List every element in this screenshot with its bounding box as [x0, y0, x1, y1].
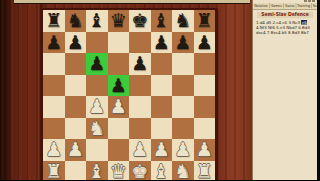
square-a4[interactable]	[43, 96, 65, 118]
white-pawn-g2: ♟	[174, 139, 191, 161]
square-e4[interactable]	[129, 96, 151, 118]
square-d6[interactable]	[108, 53, 130, 75]
black-rook-a8: ♜	[45, 10, 62, 32]
square-b5[interactable]	[65, 75, 87, 97]
white-knight-c3: ♞	[88, 118, 105, 140]
square-b3[interactable]	[65, 118, 87, 140]
opening-heading: Semi-Slav Defence	[257, 12, 313, 18]
white-knight-g1: ♞	[174, 161, 191, 181]
white-bishop-f1: ♝	[153, 161, 170, 181]
square-b6[interactable]	[65, 53, 87, 75]
white-bishop-c1: ♝	[88, 161, 105, 181]
black-king-e8: ♚	[131, 10, 148, 32]
black-pawn-d5: ♟	[110, 75, 127, 97]
square-f3[interactable]	[151, 118, 173, 140]
black-pawn-c6: ♟	[88, 53, 105, 75]
square-h8[interactable]: ♜	[194, 10, 216, 32]
square-d8[interactable]: ♛	[108, 10, 130, 32]
move-list[interactable]: 1.d4 d5 2.c4 c6 3.Nc3 e6 4.Nf3 Nf6 5.e3 …	[256, 20, 315, 54]
square-e2[interactable]: ♟	[129, 139, 151, 161]
black-pawn-g7: ♟	[174, 32, 191, 54]
black-pawn-a7: ♟	[45, 32, 62, 54]
tab-guess[interactable]: Guess	[283, 3, 296, 8]
square-d3[interactable]	[108, 118, 130, 140]
square-b8[interactable]: ♞	[65, 10, 87, 32]
square-e6[interactable]: ♟	[129, 53, 151, 75]
white-pawn-a2: ♟	[45, 139, 62, 161]
square-e7[interactable]	[129, 32, 151, 54]
black-pawn-e6: ♟	[131, 53, 148, 75]
square-h3[interactable]	[194, 118, 216, 140]
square-d5[interactable]: ♟	[108, 75, 130, 97]
moves-after[interactable]: 4.Nf3 Nf6 5.e3 Nbd7 6.Bd3 dxc4 7.Bxc4 b5…	[256, 25, 310, 35]
square-f8[interactable]: ♝	[151, 10, 173, 32]
square-e1[interactable]: ♚	[129, 161, 151, 181]
square-d2[interactable]	[108, 139, 130, 161]
tab-games[interactable]: Games	[270, 3, 284, 8]
black-bishop-f8: ♝	[153, 10, 170, 32]
square-b1[interactable]	[65, 161, 87, 181]
black-pawn-b7: ♟	[67, 32, 84, 54]
white-pawn-c4: ♟	[88, 96, 105, 118]
white-rook-a1: ♜	[45, 161, 62, 181]
black-rook-h8: ♜	[196, 10, 213, 32]
black-pawn-f7: ♟	[153, 32, 170, 54]
square-f5[interactable]	[151, 75, 173, 97]
square-b2[interactable]: ♟	[65, 139, 87, 161]
square-c1[interactable]: ♝	[86, 161, 108, 181]
chess-app-window: FileEditViewInsertModeWindowHelp ♜♞♝♛♚♝♞…	[0, 0, 320, 180]
square-e8[interactable]: ♚	[129, 10, 151, 32]
square-g7[interactable]: ♟	[172, 32, 194, 54]
tab-notation[interactable]: Notation	[253, 3, 270, 8]
square-c7[interactable]	[86, 32, 108, 54]
square-g8[interactable]: ♞	[172, 10, 194, 32]
notation-panel: NotationGamesGuessTrainingScore Semi-Sla…	[252, 0, 317, 180]
square-h7[interactable]: ♟	[194, 32, 216, 54]
white-pawn-b2: ♟	[67, 139, 84, 161]
square-f2[interactable]: ♟	[151, 139, 173, 161]
square-c6[interactable]: ♟	[86, 53, 108, 75]
white-pawn-h2: ♟	[196, 139, 213, 161]
square-a7[interactable]: ♟	[43, 32, 65, 54]
chess-board: ♜♞♝♛♚♝♞♜♟♟♟♟♟♟♟♟♟♟♞♟♟♟♟♟♟♜♝♛♚♝♞♜	[43, 10, 215, 180]
current-move[interactable]: e6	[301, 20, 307, 25]
square-g1[interactable]: ♞	[172, 161, 194, 181]
black-knight-g8: ♞	[174, 10, 191, 32]
square-d1[interactable]: ♛	[108, 161, 130, 181]
square-h2[interactable]: ♟	[194, 139, 216, 161]
black-queen-d8: ♛	[110, 10, 127, 32]
square-a2[interactable]: ♟	[43, 139, 65, 161]
board-frame: ♜♞♝♛♚♝♞♜♟♟♟♟♟♟♟♟♟♟♞♟♟♟♟♟♟♜♝♛♚♝♞♜	[41, 8, 217, 180]
black-pawn-h7: ♟	[196, 32, 213, 54]
square-f7[interactable]: ♟	[151, 32, 173, 54]
square-c4[interactable]: ♟	[86, 96, 108, 118]
square-d7[interactable]	[108, 32, 130, 54]
square-g3[interactable]	[172, 118, 194, 140]
square-g5[interactable]	[172, 75, 194, 97]
square-c3[interactable]: ♞	[86, 118, 108, 140]
white-queen-d1: ♛	[110, 161, 127, 181]
square-h4[interactable]	[194, 96, 216, 118]
white-rook-h1: ♜	[196, 161, 213, 181]
square-f4[interactable]	[151, 96, 173, 118]
square-e3[interactable]	[129, 118, 151, 140]
square-c2[interactable]	[86, 139, 108, 161]
opening-heading-band: Semi-Slav Defence	[257, 12, 313, 18]
square-h5[interactable]	[194, 75, 216, 97]
white-pawn-d4: ♟	[110, 96, 127, 118]
square-d4[interactable]: ♟	[108, 96, 130, 118]
square-b4[interactable]	[65, 96, 87, 118]
square-a8[interactable]: ♜	[43, 10, 65, 32]
square-a5[interactable]	[43, 75, 65, 97]
square-h6[interactable]	[194, 53, 216, 75]
white-king-e1: ♚	[131, 161, 148, 181]
menu-bar[interactable]: FileEditViewInsertModeWindowHelp	[14, 0, 250, 4]
square-b7[interactable]: ♟	[65, 32, 87, 54]
square-c8[interactable]: ♝	[86, 10, 108, 32]
square-f1[interactable]: ♝	[151, 161, 173, 181]
square-c5[interactable]	[86, 75, 108, 97]
square-h1[interactable]: ♜	[194, 161, 216, 181]
black-bishop-c8: ♝	[88, 10, 105, 32]
square-f6[interactable]	[151, 53, 173, 75]
black-knight-b8: ♞	[67, 10, 84, 32]
panel-tab-bar: NotationGamesGuessTrainingScore	[253, 3, 317, 10]
white-pawn-e2: ♟	[131, 139, 148, 161]
square-g2[interactable]: ♟	[172, 139, 194, 161]
tab-training[interactable]: Training	[296, 3, 311, 8]
square-g6[interactable]	[172, 53, 194, 75]
moves-before[interactable]: 1.d4 d5 2.c4 c6 3.Nc3	[256, 20, 300, 25]
white-pawn-f2: ♟	[153, 139, 170, 161]
square-a1[interactable]: ♜	[43, 161, 65, 181]
square-a3[interactable]	[43, 118, 65, 140]
square-e5[interactable]	[129, 75, 151, 97]
square-g4[interactable]	[172, 96, 194, 118]
square-a6[interactable]	[43, 53, 65, 75]
